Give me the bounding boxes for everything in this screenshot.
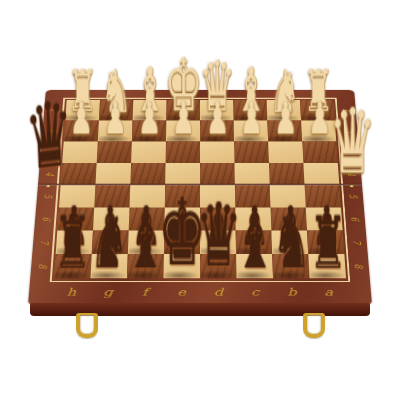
chess-board: ♜♞♝♚♛♝♞♜♟♟♟♟♟♟♟♟♟♟♟♟♟♟♟♟♜♞♝♚♛♝♞♜ hgfedcb…	[28, 90, 372, 305]
square-f2[interactable]: ♟	[132, 120, 166, 141]
square-g8[interactable]: ♞	[90, 254, 127, 278]
coordinate-label: 7	[32, 231, 55, 255]
square-b2[interactable]: ♟	[267, 120, 302, 141]
white-pawn[interactable]: ♟	[240, 99, 263, 141]
square-d8[interactable]: ♛	[200, 254, 237, 278]
white-pawn[interactable]: ♟	[205, 99, 228, 141]
chess-board-squares: ♜♞♝♚♛♝♞♜♟♟♟♟♟♟♟♟♟♟♟♟♟♟♟♟♜♞♝♚♛♝♞♜	[54, 100, 346, 278]
black-rook[interactable]: ♜	[53, 209, 91, 277]
square-g4[interactable]	[95, 163, 131, 185]
white-pawn[interactable]: ♟	[171, 99, 194, 141]
square-g3[interactable]	[97, 142, 132, 164]
black-knight[interactable]: ♞	[272, 207, 311, 278]
brass-clasp-icon[interactable]	[76, 313, 98, 338]
square-b8[interactable]: ♞	[272, 254, 309, 278]
square-b4[interactable]	[269, 163, 305, 185]
square-d3[interactable]	[200, 142, 234, 164]
coordinate-label: d	[200, 286, 237, 298]
square-c2[interactable]: ♟	[234, 120, 268, 141]
square-a8[interactable]: ♜	[308, 254, 346, 278]
brass-clasp-icon[interactable]	[303, 313, 325, 338]
square-e3[interactable]	[166, 142, 200, 164]
brass-screw-icon	[46, 185, 50, 187]
square-b3[interactable]	[268, 142, 303, 164]
black-queen[interactable]: ♛	[195, 195, 241, 278]
white-pawn[interactable]: ♟	[308, 99, 331, 141]
black-bishop[interactable]: ♝	[125, 205, 165, 277]
square-e8[interactable]: ♚	[163, 254, 200, 278]
square-e2[interactable]: ♟	[166, 120, 200, 141]
white-pawn[interactable]: ♟	[274, 99, 297, 141]
coordinate-label: 8	[346, 254, 369, 278]
white-pawn[interactable]: ♟	[69, 99, 92, 141]
spare-black-queen-anchor: ♛	[33, 157, 69, 179]
coordinate-label: h	[52, 286, 90, 298]
white-pawn[interactable]: ♟	[103, 99, 126, 141]
coordinate-label: g	[89, 286, 126, 298]
brass-screw-icon	[350, 185, 354, 187]
coordinate-label: b	[273, 286, 310, 298]
square-d2[interactable]: ♟	[200, 120, 234, 141]
product-photo: ♜♞♝♚♛♝♞♜♟♟♟♟♟♟♟♟♟♟♟♟♟♟♟♟♜♞♝♚♛♝♞♜ hgfedcb…	[0, 0, 400, 400]
white-pawn[interactable]: ♟	[137, 99, 160, 141]
square-g2[interactable]: ♟	[98, 120, 133, 141]
square-f3[interactable]	[131, 142, 166, 164]
square-c3[interactable]	[234, 142, 269, 164]
spare-white-queen-anchor: ♛	[333, 162, 369, 184]
coordinate-label: c	[237, 286, 274, 298]
square-c4[interactable]	[234, 163, 269, 185]
spare-black-queen-standing-on-left-rail[interactable]: ♛	[23, 90, 73, 180]
black-knight[interactable]: ♞	[89, 207, 128, 278]
coordinate-label: a	[310, 286, 348, 298]
square-h8[interactable]: ♜	[54, 254, 92, 278]
coordinate-label: e	[163, 286, 200, 298]
file-labels-near: hgfedcba	[52, 284, 347, 301]
coordinate-label: f	[126, 286, 163, 298]
square-f8[interactable]: ♝	[127, 254, 164, 278]
black-rook[interactable]: ♜	[309, 209, 347, 277]
spare-white-queen-standing-on-right-rail[interactable]: ♛	[328, 99, 375, 184]
board-scene: ♜♞♝♚♛♝♞♜♟♟♟♟♟♟♟♟♟♟♟♟♟♟♟♟♜♞♝♚♛♝♞♜ hgfedcb…	[28, 95, 372, 305]
coordinate-label: 8	[30, 254, 53, 278]
coordinate-label: 7	[345, 231, 368, 255]
